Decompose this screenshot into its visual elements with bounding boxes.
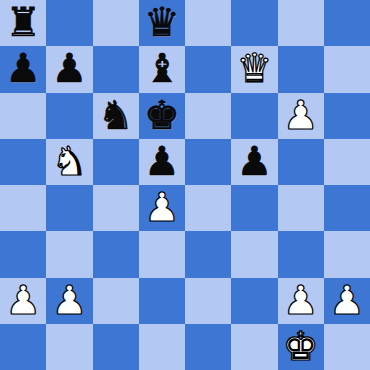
square-g5[interactable] xyxy=(278,139,324,185)
square-a7[interactable]: ♟ xyxy=(0,46,46,92)
piece-white-pawn-b2[interactable]: ♟ xyxy=(51,280,87,320)
square-e1[interactable] xyxy=(185,324,231,370)
chess-board-container: ♜♛♟♟♝♛♞♚♟♞♟♟♟♟♟♟♟♚ xyxy=(0,0,370,370)
square-b7[interactable]: ♟ xyxy=(46,46,92,92)
square-b6[interactable] xyxy=(46,93,92,139)
chess-board: ♜♛♟♟♝♛♞♚♟♞♟♟♟♟♟♟♟♚ xyxy=(0,0,370,370)
square-f1[interactable] xyxy=(231,324,277,370)
square-f4[interactable] xyxy=(231,185,277,231)
square-c4[interactable] xyxy=(93,185,139,231)
piece-black-rook-a8[interactable]: ♜ xyxy=(5,2,41,42)
square-h7[interactable] xyxy=(324,46,370,92)
piece-white-pawn-g2[interactable]: ♟ xyxy=(283,280,319,320)
piece-black-pawn-a7[interactable]: ♟ xyxy=(5,48,41,88)
square-f3[interactable] xyxy=(231,231,277,277)
square-d7[interactable]: ♝ xyxy=(139,46,185,92)
square-d6[interactable]: ♚ xyxy=(139,93,185,139)
square-g4[interactable] xyxy=(278,185,324,231)
square-e8[interactable] xyxy=(185,0,231,46)
square-c3[interactable] xyxy=(93,231,139,277)
square-b3[interactable] xyxy=(46,231,92,277)
square-d5[interactable]: ♟ xyxy=(139,139,185,185)
square-h6[interactable] xyxy=(324,93,370,139)
square-e4[interactable] xyxy=(185,185,231,231)
piece-black-pawn-b7[interactable]: ♟ xyxy=(51,48,87,88)
piece-black-knight-c6[interactable]: ♞ xyxy=(98,95,134,135)
piece-white-knight-b5[interactable]: ♞ xyxy=(51,141,87,181)
square-e7[interactable] xyxy=(185,46,231,92)
square-g3[interactable] xyxy=(278,231,324,277)
square-a5[interactable] xyxy=(0,139,46,185)
square-g7[interactable] xyxy=(278,46,324,92)
square-f6[interactable] xyxy=(231,93,277,139)
square-a8[interactable]: ♜ xyxy=(0,0,46,46)
square-g2[interactable]: ♟ xyxy=(278,278,324,324)
piece-white-pawn-h2[interactable]: ♟ xyxy=(329,280,365,320)
square-g6[interactable]: ♟ xyxy=(278,93,324,139)
piece-black-pawn-d5[interactable]: ♟ xyxy=(144,141,180,181)
square-d3[interactable] xyxy=(139,231,185,277)
square-e2[interactable] xyxy=(185,278,231,324)
square-e3[interactable] xyxy=(185,231,231,277)
square-h1[interactable] xyxy=(324,324,370,370)
square-a2[interactable]: ♟ xyxy=(0,278,46,324)
square-f7[interactable]: ♛ xyxy=(231,46,277,92)
square-h8[interactable] xyxy=(324,0,370,46)
square-h5[interactable] xyxy=(324,139,370,185)
square-c1[interactable] xyxy=(93,324,139,370)
square-a4[interactable] xyxy=(0,185,46,231)
square-f2[interactable] xyxy=(231,278,277,324)
square-a6[interactable] xyxy=(0,93,46,139)
piece-white-pawn-a2[interactable]: ♟ xyxy=(5,280,41,320)
square-c2[interactable] xyxy=(93,278,139,324)
square-g1[interactable]: ♚ xyxy=(278,324,324,370)
square-c5[interactable] xyxy=(93,139,139,185)
square-a1[interactable] xyxy=(0,324,46,370)
square-h4[interactable] xyxy=(324,185,370,231)
square-c8[interactable] xyxy=(93,0,139,46)
piece-black-king-d6[interactable]: ♚ xyxy=(144,95,180,135)
square-b5[interactable]: ♞ xyxy=(46,139,92,185)
piece-white-pawn-d4[interactable]: ♟ xyxy=(144,187,180,227)
square-c6[interactable]: ♞ xyxy=(93,93,139,139)
square-d2[interactable] xyxy=(139,278,185,324)
piece-black-queen-d8[interactable]: ♛ xyxy=(144,2,180,42)
square-h2[interactable]: ♟ xyxy=(324,278,370,324)
piece-black-pawn-f5[interactable]: ♟ xyxy=(236,141,272,181)
piece-white-pawn-g6[interactable]: ♟ xyxy=(283,95,319,135)
square-d1[interactable] xyxy=(139,324,185,370)
square-a3[interactable] xyxy=(0,231,46,277)
square-g8[interactable] xyxy=(278,0,324,46)
piece-white-queen-f7[interactable]: ♛ xyxy=(236,48,272,88)
piece-white-king-g1[interactable]: ♚ xyxy=(283,326,319,366)
piece-black-bishop-d7[interactable]: ♝ xyxy=(144,48,180,88)
square-h3[interactable] xyxy=(324,231,370,277)
square-d4[interactable]: ♟ xyxy=(139,185,185,231)
square-d8[interactable]: ♛ xyxy=(139,0,185,46)
square-f8[interactable] xyxy=(231,0,277,46)
square-c7[interactable] xyxy=(93,46,139,92)
square-e6[interactable] xyxy=(185,93,231,139)
square-b1[interactable] xyxy=(46,324,92,370)
square-b8[interactable] xyxy=(46,0,92,46)
square-f5[interactable]: ♟ xyxy=(231,139,277,185)
square-e5[interactable] xyxy=(185,139,231,185)
square-b4[interactable] xyxy=(46,185,92,231)
square-b2[interactable]: ♟ xyxy=(46,278,92,324)
